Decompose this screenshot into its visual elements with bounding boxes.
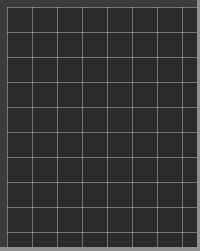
row-clues-strip xyxy=(0,7,7,247)
column-clues-strip xyxy=(7,0,197,7)
bottom-ruler xyxy=(0,247,200,251)
nonogram-board xyxy=(0,0,200,251)
puzzle-grid[interactable] xyxy=(7,7,197,247)
clue-corner xyxy=(0,0,7,7)
